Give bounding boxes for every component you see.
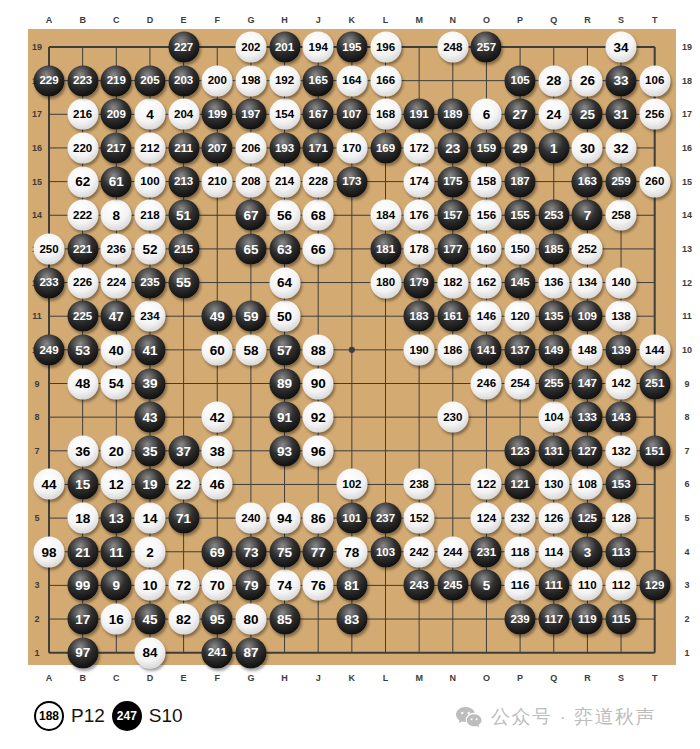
stone-white-f10: 60 <box>202 334 233 365</box>
page: AABBCCDDEEFFGGHHJJKKLLMMNNOOPPQQRRSSTT19… <box>0 0 700 749</box>
stone-black-c15: 61 <box>101 166 132 197</box>
stone-white-o11: 146 <box>471 301 502 332</box>
stone-black-e13: 215 <box>168 233 199 264</box>
stone-black-e15: 213 <box>168 166 199 197</box>
stone-black-o4: 231 <box>471 536 502 567</box>
stone-white-p9: 254 <box>505 368 536 399</box>
stone-white-f7: 38 <box>202 435 233 466</box>
stone-white-b17: 216 <box>67 99 98 130</box>
stone-black-o10: 141 <box>471 334 502 365</box>
stone-black-f11: 49 <box>202 301 233 332</box>
stone-white-j14: 68 <box>303 200 334 231</box>
stone-white-r13: 252 <box>572 233 603 264</box>
stone-white-o15: 158 <box>471 166 502 197</box>
row-label-right-16: 16 <box>682 143 692 152</box>
stone-white-t17: 256 <box>639 99 670 130</box>
stone-black-s8: 143 <box>606 402 637 433</box>
stone-white-t10: 144 <box>639 334 670 365</box>
stone-black-p6: 121 <box>505 469 536 500</box>
stone-white-j15: 228 <box>303 166 334 197</box>
stone-white-b15: 62 <box>67 166 98 197</box>
stone-black-p18: 105 <box>505 65 536 96</box>
stone-black-a12: 233 <box>34 267 65 298</box>
stone-white-c10: 40 <box>101 334 132 365</box>
stone-black-s4: 113 <box>606 536 637 567</box>
stone-black-n13: 177 <box>437 233 468 264</box>
col-label-top-K: K <box>349 16 356 25</box>
stone-black-b2: 17 <box>67 604 98 635</box>
col-label-top-G: G <box>247 16 254 25</box>
stone-black-d12: 235 <box>134 267 165 298</box>
stone-white-o6: 122 <box>471 469 502 500</box>
stone-white-s14: 258 <box>606 200 637 231</box>
stone-black-n16: 23 <box>437 132 468 163</box>
stone-black-f1: 241 <box>202 637 233 668</box>
caption-stone-white-188: 188 <box>34 701 64 731</box>
stone-white-m13: 178 <box>404 233 435 264</box>
stone-white-o12: 162 <box>471 267 502 298</box>
col-label-top-N: N <box>450 16 457 25</box>
stone-black-e5: 71 <box>168 503 199 534</box>
stone-black-l4: 103 <box>370 536 401 567</box>
stone-black-n11: 161 <box>437 301 468 332</box>
stone-black-j16: 171 <box>303 132 334 163</box>
stone-white-s9: 142 <box>606 368 637 399</box>
stone-white-b12: 226 <box>67 267 98 298</box>
stone-white-r10: 148 <box>572 334 603 365</box>
stone-black-k3: 81 <box>336 570 367 601</box>
col-label-top-B: B <box>79 16 86 25</box>
stone-black-r2: 119 <box>572 604 603 635</box>
stone-white-p13: 150 <box>505 233 536 264</box>
row-label-left-19: 19 <box>32 43 42 52</box>
stone-black-r8: 133 <box>572 402 603 433</box>
stone-black-p12: 145 <box>505 267 536 298</box>
stone-white-d13: 52 <box>134 233 165 264</box>
stone-white-f3: 70 <box>202 570 233 601</box>
stone-black-e14: 51 <box>168 200 199 231</box>
stone-black-d10: 41 <box>134 334 165 365</box>
stone-white-b9: 48 <box>67 368 98 399</box>
stone-white-q4: 114 <box>538 536 569 567</box>
col-label-top-F: F <box>215 16 221 25</box>
col-label-top-Q: Q <box>550 16 557 25</box>
stone-white-c7: 20 <box>101 435 132 466</box>
stone-black-n14: 157 <box>437 200 468 231</box>
stone-black-l16: 169 <box>370 132 401 163</box>
stone-white-c14: 8 <box>101 200 132 231</box>
stone-black-h16: 193 <box>269 132 300 163</box>
stone-white-l17: 168 <box>370 99 401 130</box>
stone-white-c2: 16 <box>101 604 132 635</box>
row-label-left-7: 7 <box>34 446 39 455</box>
stone-white-f18: 200 <box>202 65 233 96</box>
stone-white-j7: 96 <box>303 435 334 466</box>
col-label-top-R: R <box>584 16 591 25</box>
stone-white-d5: 14 <box>134 503 165 534</box>
stone-white-p11: 120 <box>505 301 536 332</box>
row-label-left-1: 1 <box>34 648 39 657</box>
stone-white-l19: 196 <box>370 32 401 63</box>
stone-white-d14: 218 <box>134 200 165 231</box>
row-label-left-17: 17 <box>32 110 42 119</box>
stone-white-l12: 180 <box>370 267 401 298</box>
stone-white-e17: 204 <box>168 99 199 130</box>
stone-black-f17: 199 <box>202 99 233 130</box>
stone-black-e7: 37 <box>168 435 199 466</box>
stone-black-m12: 179 <box>404 267 435 298</box>
col-label-bottom-L: L <box>383 674 389 683</box>
stone-white-m16: 172 <box>404 132 435 163</box>
stone-white-s16: 32 <box>606 132 637 163</box>
stone-white-j5: 86 <box>303 503 334 534</box>
col-label-bottom-E: E <box>181 674 187 683</box>
stone-black-c11: 47 <box>101 301 132 332</box>
stone-white-d1: 84 <box>134 637 165 668</box>
stone-white-m14: 176 <box>404 200 435 231</box>
col-label-bottom-A: A <box>46 674 53 683</box>
stone-white-g16: 206 <box>235 132 266 163</box>
col-label-top-O: O <box>483 16 490 25</box>
stone-white-c6: 12 <box>101 469 132 500</box>
stone-black-b4: 21 <box>67 536 98 567</box>
stone-black-p2: 239 <box>505 604 536 635</box>
row-label-left-11: 11 <box>32 312 42 321</box>
wechat-icon <box>455 706 482 729</box>
stone-black-k15: 173 <box>336 166 367 197</box>
stone-black-g1: 87 <box>235 637 266 668</box>
stone-black-m3: 243 <box>404 570 435 601</box>
stone-black-g11: 59 <box>235 301 266 332</box>
stone-black-s2: 115 <box>606 604 637 635</box>
stone-black-n3: 245 <box>437 570 468 601</box>
stone-white-r6: 108 <box>572 469 603 500</box>
row-label-right-9: 9 <box>684 379 689 388</box>
stone-black-q3: 111 <box>538 570 569 601</box>
row-label-left-8: 8 <box>34 413 39 422</box>
stone-white-q6: 130 <box>538 469 569 500</box>
stone-black-d2: 45 <box>134 604 165 635</box>
col-label-top-L: L <box>383 16 389 25</box>
stone-white-r12: 134 <box>572 267 603 298</box>
col-label-bottom-J: J <box>316 674 321 683</box>
stone-white-t15: 260 <box>639 166 670 197</box>
stone-black-h7: 93 <box>269 435 300 466</box>
stone-white-s5: 128 <box>606 503 637 534</box>
stone-black-p14: 155 <box>505 200 536 231</box>
stone-black-e18: 203 <box>168 65 199 96</box>
stone-black-b18: 223 <box>67 65 98 96</box>
col-label-bottom-M: M <box>415 674 423 683</box>
stone-black-s17: 31 <box>606 99 637 130</box>
stone-white-g5: 240 <box>235 503 266 534</box>
stone-white-d4: 2 <box>134 536 165 567</box>
col-label-top-M: M <box>415 16 423 25</box>
row-label-right-18: 18 <box>682 76 692 85</box>
col-label-bottom-C: C <box>113 674 120 683</box>
row-label-left-16: 16 <box>32 143 42 152</box>
stone-white-c13: 236 <box>101 233 132 264</box>
row-label-left-14: 14 <box>32 211 42 220</box>
stone-black-b10: 53 <box>67 334 98 365</box>
row-label-right-3: 3 <box>684 581 689 590</box>
stone-black-s10: 139 <box>606 334 637 365</box>
stone-white-n12: 182 <box>437 267 468 298</box>
stone-black-s15: 259 <box>606 166 637 197</box>
stone-black-f2: 95 <box>202 604 233 635</box>
stone-white-b14: 222 <box>67 200 98 231</box>
stone-black-t3: 129 <box>639 570 670 601</box>
stone-black-r9: 147 <box>572 368 603 399</box>
stone-black-a18: 229 <box>34 65 65 96</box>
stone-white-b7: 36 <box>67 435 98 466</box>
row-label-left-15: 15 <box>32 177 42 186</box>
stone-white-o17: 6 <box>471 99 502 130</box>
stone-white-h11: 50 <box>269 301 300 332</box>
stone-black-j4: 77 <box>303 536 334 567</box>
col-label-bottom-O: O <box>483 674 490 683</box>
stone-black-h4: 75 <box>269 536 300 567</box>
stone-white-c12: 224 <box>101 267 132 298</box>
stone-black-q2: 117 <box>538 604 569 635</box>
stone-black-k19: 195 <box>336 32 367 63</box>
stone-white-e2: 82 <box>168 604 199 635</box>
stone-black-g13: 65 <box>235 233 266 264</box>
stone-white-h12: 64 <box>269 267 300 298</box>
stone-white-e3: 72 <box>168 570 199 601</box>
stone-white-c9: 54 <box>101 368 132 399</box>
stone-black-r15: 163 <box>572 166 603 197</box>
col-label-top-P: P <box>517 16 523 25</box>
stone-black-h19: 201 <box>269 32 300 63</box>
stone-black-t9: 251 <box>639 368 670 399</box>
stone-black-b11: 225 <box>67 301 98 332</box>
stone-white-k4: 78 <box>336 536 367 567</box>
stone-black-g4: 73 <box>235 536 266 567</box>
col-label-bottom-D: D <box>147 674 154 683</box>
col-label-top-T: T <box>652 16 658 25</box>
stone-white-d11: 234 <box>134 301 165 332</box>
stone-black-k17: 107 <box>336 99 367 130</box>
col-label-bottom-B: B <box>79 674 86 683</box>
col-label-bottom-T: T <box>652 674 658 683</box>
stone-white-j8: 92 <box>303 402 334 433</box>
stone-black-q7: 131 <box>538 435 569 466</box>
stone-white-s7: 132 <box>606 435 637 466</box>
row-label-right-11: 11 <box>682 312 692 321</box>
stone-black-p10: 137 <box>505 334 536 365</box>
stone-white-h5: 94 <box>269 503 300 534</box>
stone-black-d9: 39 <box>134 368 165 399</box>
stone-black-d8: 43 <box>134 402 165 433</box>
stone-white-f8: 42 <box>202 402 233 433</box>
stone-white-r18: 26 <box>572 65 603 96</box>
stone-black-j18: 165 <box>303 65 334 96</box>
stone-black-o16: 159 <box>471 132 502 163</box>
stone-white-n19: 248 <box>437 32 468 63</box>
stone-black-c18: 219 <box>101 65 132 96</box>
stone-white-o5: 124 <box>471 503 502 534</box>
row-label-right-7: 7 <box>684 446 689 455</box>
watermark-text: 公众号 · 弈道秋声 <box>491 704 656 730</box>
stone-black-c16: 217 <box>101 132 132 163</box>
stone-black-p17: 27 <box>505 99 536 130</box>
caption-stone-black-247: 247 <box>112 701 142 731</box>
stone-white-m15: 174 <box>404 166 435 197</box>
row-label-right-1: 1 <box>684 648 689 657</box>
stone-white-d16: 212 <box>134 132 165 163</box>
stone-white-l18: 166 <box>370 65 401 96</box>
stone-white-h15: 214 <box>269 166 300 197</box>
stone-white-k16: 170 <box>336 132 367 163</box>
stone-black-s18: 33 <box>606 65 637 96</box>
row-label-right-13: 13 <box>682 244 692 253</box>
stone-black-h2: 85 <box>269 604 300 635</box>
stone-white-j3: 76 <box>303 570 334 601</box>
col-label-bottom-H: H <box>281 674 288 683</box>
stone-white-s12: 140 <box>606 267 637 298</box>
stone-black-g17: 197 <box>235 99 266 130</box>
stone-white-k18: 164 <box>336 65 367 96</box>
stone-white-b5: 18 <box>67 503 98 534</box>
stone-black-o3: 5 <box>471 570 502 601</box>
stone-black-r11: 109 <box>572 301 603 332</box>
stone-white-f15: 210 <box>202 166 233 197</box>
stone-white-q17: 24 <box>538 99 569 130</box>
row-label-right-5: 5 <box>684 514 689 523</box>
col-label-bottom-R: R <box>584 674 591 683</box>
stone-black-f16: 207 <box>202 132 233 163</box>
stone-black-a10: 249 <box>34 334 65 365</box>
stone-black-b1: 97 <box>67 637 98 668</box>
stone-white-j19: 194 <box>303 32 334 63</box>
stone-black-h9: 89 <box>269 368 300 399</box>
stone-white-m5: 152 <box>404 503 435 534</box>
stone-white-p3: 116 <box>505 570 536 601</box>
stone-black-g14: 67 <box>235 200 266 231</box>
stone-white-m6: 238 <box>404 469 435 500</box>
stone-white-n4: 244 <box>437 536 468 567</box>
stone-white-h3: 74 <box>269 570 300 601</box>
col-label-bottom-S: S <box>618 674 624 683</box>
stone-white-q18: 28 <box>538 65 569 96</box>
watermark: 公众号 · 弈道秋声 <box>455 704 656 730</box>
row-label-right-19: 19 <box>682 43 692 52</box>
stone-white-r3: 110 <box>572 570 603 601</box>
stone-black-o19: 257 <box>471 32 502 63</box>
stone-black-n17: 189 <box>437 99 468 130</box>
stone-black-c17: 209 <box>101 99 132 130</box>
col-label-top-D: D <box>147 16 154 25</box>
row-label-right-2: 2 <box>684 615 689 624</box>
row-label-right-17: 17 <box>682 110 692 119</box>
stone-white-h17: 154 <box>269 99 300 130</box>
stone-black-c5: 13 <box>101 503 132 534</box>
stone-white-o14: 156 <box>471 200 502 231</box>
row-label-left-3: 3 <box>34 581 39 590</box>
stone-white-g2: 80 <box>235 604 266 635</box>
stone-white-o9: 246 <box>471 368 502 399</box>
col-label-bottom-G: G <box>247 674 254 683</box>
ko-note-caption: 188P12247S10 <box>34 699 183 733</box>
stone-white-a6: 44 <box>34 469 65 500</box>
stone-black-l13: 181 <box>370 233 401 264</box>
stone-white-d17: 4 <box>134 99 165 130</box>
stone-white-j9: 90 <box>303 368 334 399</box>
caption-coord-p12: P12 <box>71 705 105 727</box>
stone-white-a4: 98 <box>34 536 65 567</box>
stone-black-t7: 151 <box>639 435 670 466</box>
col-label-bottom-Q: Q <box>550 674 557 683</box>
stone-white-a13: 250 <box>34 233 65 264</box>
stone-black-h10: 57 <box>269 334 300 365</box>
row-label-right-6: 6 <box>684 480 689 489</box>
stone-white-j13: 66 <box>303 233 334 264</box>
stone-white-q8: 104 <box>538 402 569 433</box>
stone-white-e6: 22 <box>168 469 199 500</box>
stone-white-l14: 184 <box>370 200 401 231</box>
col-label-bottom-F: F <box>215 674 221 683</box>
stone-black-h13: 63 <box>269 233 300 264</box>
col-label-top-S: S <box>618 16 624 25</box>
stone-black-q11: 135 <box>538 301 569 332</box>
col-label-top-H: H <box>281 16 288 25</box>
stone-black-f4: 69 <box>202 536 233 567</box>
stone-black-m11: 183 <box>404 301 435 332</box>
stone-black-p15: 187 <box>505 166 536 197</box>
stone-white-m4: 242 <box>404 536 435 567</box>
stone-white-h14: 56 <box>269 200 300 231</box>
stone-black-q13: 185 <box>538 233 569 264</box>
stone-white-q12: 136 <box>538 267 569 298</box>
stone-white-p4: 118 <box>505 536 536 567</box>
stone-white-j10: 88 <box>303 334 334 365</box>
col-label-bottom-K: K <box>349 674 356 683</box>
stone-black-j17: 167 <box>303 99 334 130</box>
stone-white-g19: 202 <box>235 32 266 63</box>
stone-white-d15: 100 <box>134 166 165 197</box>
stone-white-h18: 192 <box>269 65 300 96</box>
stone-white-n8: 230 <box>437 402 468 433</box>
stone-black-c4: 11 <box>101 536 132 567</box>
stone-black-b13: 221 <box>67 233 98 264</box>
stone-black-g3: 79 <box>235 570 266 601</box>
row-label-left-5: 5 <box>34 514 39 523</box>
stone-white-s3: 112 <box>606 570 637 601</box>
stone-black-q10: 149 <box>538 334 569 365</box>
stone-white-k6: 102 <box>336 469 367 500</box>
stone-black-e12: 55 <box>168 267 199 298</box>
stone-white-t18: 106 <box>639 65 670 96</box>
stone-black-r5: 125 <box>572 503 603 534</box>
stone-black-b6: 15 <box>67 469 98 500</box>
row-label-right-10: 10 <box>682 345 692 354</box>
stone-black-r17: 25 <box>572 99 603 130</box>
stone-black-d18: 205 <box>134 65 165 96</box>
stone-white-r16: 30 <box>572 132 603 163</box>
stone-white-n10: 186 <box>437 334 468 365</box>
stone-white-g18: 198 <box>235 65 266 96</box>
stone-white-o13: 160 <box>471 233 502 264</box>
stone-black-k2: 83 <box>336 604 367 635</box>
stone-black-c3: 9 <box>101 570 132 601</box>
col-label-top-E: E <box>181 16 187 25</box>
col-label-top-C: C <box>113 16 120 25</box>
stone-white-s19: 34 <box>606 32 637 63</box>
stone-white-g10: 58 <box>235 334 266 365</box>
stone-black-b3: 99 <box>67 570 98 601</box>
row-label-right-15: 15 <box>682 177 692 186</box>
